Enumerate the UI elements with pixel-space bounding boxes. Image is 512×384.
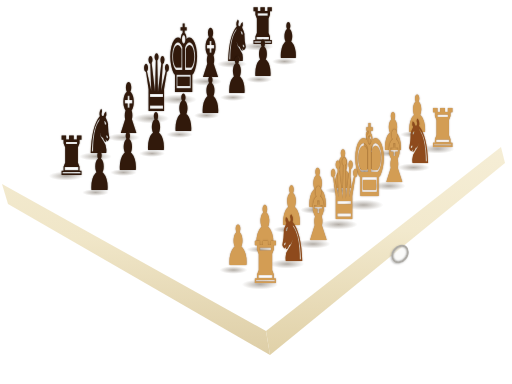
- pawn-glyph: ♟: [87, 145, 111, 198]
- pawn-glyph: ♟: [225, 220, 251, 276]
- pawn-glyph: ♟: [277, 17, 300, 66]
- pawn-glyph: ♟: [172, 88, 196, 139]
- rook-glyph: ♜: [56, 129, 87, 183]
- pawn-glyph: ♟: [251, 34, 274, 84]
- pawn-glyph: ♟: [144, 107, 168, 159]
- rook-glyph: ♜: [249, 234, 282, 292]
- chess-set-photo: AABBCCDDEEFFGGHH8877665544332211 ♜♞♝♛♚♝♞…: [0, 0, 512, 384]
- pawn-glyph: ♟: [116, 126, 140, 179]
- pawn-glyph: ♟: [199, 70, 222, 121]
- pieces-layer: ♜♞♝♛♚♝♞♜♟♟♟♟♟♟♟♟♟♟♟♟♟♟♟♟♜♞♝♛♚♝♞♜: [0, 0, 512, 384]
- pawn-glyph: ♟: [225, 52, 248, 102]
